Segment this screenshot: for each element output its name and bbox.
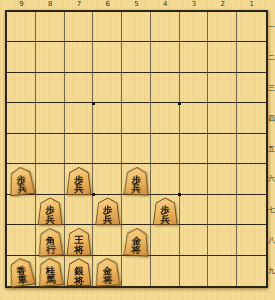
- piece-pawn-67[interactable]: 歩兵: [95, 197, 120, 225]
- board-cell-72[interactable]: [65, 42, 94, 72]
- board-cell-35[interactable]: [180, 134, 209, 164]
- board-cell-54[interactable]: [122, 103, 151, 133]
- star-point: [178, 193, 181, 196]
- board-cell-24[interactable]: [208, 103, 237, 133]
- piece-gold-58[interactable]: 金将: [123, 227, 149, 256]
- board-cell-19[interactable]: [237, 256, 266, 286]
- piece-kanji-char: 行: [46, 245, 56, 255]
- board-cell-31[interactable]: [180, 12, 209, 42]
- piece-kanji: 金将: [95, 258, 121, 287]
- piece-lance-99[interactable]: 香車: [7, 257, 36, 288]
- piece-kanji-char: 将: [131, 245, 141, 255]
- piece-kanji: 歩兵: [124, 167, 150, 196]
- piece-kanji: 歩兵: [95, 197, 120, 225]
- board-cell-73[interactable]: [65, 73, 94, 103]
- board-cell-36[interactable]: [180, 164, 209, 194]
- board-cell-16[interactable]: [237, 164, 266, 194]
- board-cell-51[interactable]: [122, 12, 151, 42]
- piece-kanji: 歩兵: [153, 197, 178, 225]
- board-cell-61[interactable]: [93, 12, 122, 42]
- rank-label-1: 一: [268, 23, 275, 32]
- piece-kanji-char: 将: [103, 275, 113, 285]
- board-cell-83[interactable]: [36, 73, 65, 103]
- rank-label-2: 二: [268, 53, 275, 62]
- board-cell-38[interactable]: [180, 225, 209, 255]
- file-label-9: 9: [19, 0, 23, 9]
- board-cell-48[interactable]: [151, 225, 180, 255]
- board-cell-18[interactable]: [237, 225, 266, 255]
- board-cell-74[interactable]: [65, 103, 94, 133]
- file-label-7: 7: [77, 0, 81, 9]
- board-cell-53[interactable]: [122, 73, 151, 103]
- piece-pawn-76[interactable]: 歩兵: [66, 167, 91, 195]
- shogi-board: 987654321 一二三四五六七八九 歩兵歩兵歩兵歩兵歩兵歩兵角行王将金将香車…: [0, 0, 275, 300]
- board-cell-29[interactable]: [208, 256, 237, 286]
- board-cell-92[interactable]: [7, 42, 36, 72]
- board-cell-62[interactable]: [93, 42, 122, 72]
- board-cell-37[interactable]: [180, 195, 209, 225]
- board-cell-22[interactable]: [208, 42, 237, 72]
- piece-king-78[interactable]: 王将: [66, 228, 91, 256]
- board-cell-17[interactable]: [237, 195, 266, 225]
- board-cell-25[interactable]: [208, 134, 237, 164]
- board-cell-66[interactable]: [93, 164, 122, 194]
- piece-kanji: 歩兵: [7, 166, 35, 196]
- piece-kanji: 歩兵: [66, 167, 91, 195]
- file-label-8: 8: [48, 0, 52, 9]
- board-cell-15[interactable]: [237, 134, 266, 164]
- board-cell-86[interactable]: [36, 164, 65, 194]
- star-point: [92, 102, 95, 105]
- piece-pawn-56[interactable]: 歩兵: [124, 167, 150, 196]
- file-label-4: 4: [163, 0, 167, 9]
- board-cell-39[interactable]: [180, 256, 209, 286]
- piece-kanji: 王将: [66, 228, 91, 256]
- board-cell-97[interactable]: [7, 195, 36, 225]
- piece-kanji-char: 兵: [45, 215, 55, 225]
- board-cell-33[interactable]: [180, 73, 209, 103]
- file-label-5: 5: [134, 0, 138, 9]
- board-cell-64[interactable]: [93, 103, 122, 133]
- piece-kanji: 桂馬: [37, 257, 64, 287]
- board-cell-21[interactable]: [208, 12, 237, 42]
- board-cell-63[interactable]: [93, 73, 122, 103]
- board-cell-81[interactable]: [36, 12, 65, 42]
- piece-pawn-87[interactable]: 歩兵: [38, 197, 63, 225]
- board-cell-41[interactable]: [151, 12, 180, 42]
- piece-kanji-char: 兵: [17, 184, 27, 195]
- board-cell-49[interactable]: [151, 256, 180, 286]
- board-cell-28[interactable]: [208, 225, 237, 255]
- piece-kanji-char: 兵: [74, 184, 84, 194]
- file-label-2: 2: [221, 0, 225, 9]
- board-cell-45[interactable]: [151, 134, 180, 164]
- piece-silver-79[interactable]: 銀将: [66, 258, 91, 286]
- board-cell-57[interactable]: [122, 195, 151, 225]
- piece-kanji-char: 将: [74, 276, 84, 286]
- board-cell-23[interactable]: [208, 73, 237, 103]
- rank-label-4: 四: [268, 114, 275, 123]
- piece-kanji: 角行: [37, 227, 63, 256]
- board-cell-68[interactable]: [93, 225, 122, 255]
- board-cell-46[interactable]: [151, 164, 180, 194]
- piece-kanji: 銀将: [66, 258, 91, 286]
- board-cell-42[interactable]: [151, 42, 180, 72]
- board-cell-77[interactable]: [65, 195, 94, 225]
- piece-kanji-char: 車: [17, 275, 28, 286]
- board-cell-94[interactable]: [7, 103, 36, 133]
- file-label-6: 6: [105, 0, 109, 9]
- piece-kanji-char: 兵: [103, 215, 113, 225]
- board-cell-11[interactable]: [237, 12, 266, 42]
- board-cell-98[interactable]: [7, 225, 36, 255]
- star-point: [92, 193, 95, 196]
- board-cell-84[interactable]: [36, 103, 65, 133]
- piece-knight-89[interactable]: 桂馬: [37, 257, 64, 287]
- board-cell-12[interactable]: [237, 42, 266, 72]
- board-cell-27[interactable]: [208, 195, 237, 225]
- piece-pawn-47[interactable]: 歩兵: [153, 197, 178, 225]
- rank-label-5: 五: [268, 145, 275, 154]
- piece-kanji-char: 将: [74, 245, 84, 255]
- piece-kanji: 香車: [7, 257, 36, 288]
- file-label-3: 3: [192, 0, 196, 9]
- piece-kanji-char: 兵: [161, 215, 171, 225]
- piece-kanji: 歩兵: [38, 197, 63, 225]
- piece-kanji-char: 馬: [46, 275, 56, 285]
- rank-label-6: 六: [268, 175, 275, 184]
- board-cell-14[interactable]: [237, 103, 266, 133]
- board-cell-93[interactable]: [7, 73, 36, 103]
- file-label-1: 1: [249, 0, 253, 9]
- board-cell-43[interactable]: [151, 73, 180, 103]
- board-cell-65[interactable]: [93, 134, 122, 164]
- board-cell-52[interactable]: [122, 42, 151, 72]
- board-cell-34[interactable]: [180, 103, 209, 133]
- rank-label-3: 三: [268, 84, 275, 93]
- board-cell-95[interactable]: [7, 134, 36, 164]
- piece-pawn-96[interactable]: 歩兵: [7, 166, 35, 196]
- board-cell-44[interactable]: [151, 103, 180, 133]
- rank-label-7: 七: [268, 205, 275, 214]
- star-point: [178, 102, 181, 105]
- piece-kanji-char: 兵: [131, 184, 141, 194]
- board-cell-71[interactable]: [65, 12, 94, 42]
- rank-label-9: 九: [268, 266, 275, 275]
- rank-label-8: 八: [268, 236, 275, 245]
- board-cell-26[interactable]: [208, 164, 237, 194]
- board-cell-82[interactable]: [36, 42, 65, 72]
- piece-gold-69[interactable]: 金将: [95, 258, 121, 287]
- board-cell-13[interactable]: [237, 73, 266, 103]
- board-cell-75[interactable]: [65, 134, 94, 164]
- board-cell-91[interactable]: [7, 12, 36, 42]
- board-cell-32[interactable]: [180, 42, 209, 72]
- board-cell-85[interactable]: [36, 134, 65, 164]
- board-cell-59[interactable]: [122, 256, 151, 286]
- piece-kanji: 金将: [123, 227, 149, 256]
- board-cell-55[interactable]: [122, 134, 151, 164]
- piece-bishop-88[interactable]: 角行: [37, 227, 63, 256]
